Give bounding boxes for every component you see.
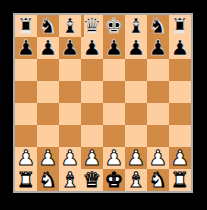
black-pawn: ♟ xyxy=(127,37,146,59)
square-e6[interactable] xyxy=(103,59,125,81)
white-queen: ♛ xyxy=(83,169,102,191)
black-king: ♚ xyxy=(105,15,124,37)
white-pawn: ♟ xyxy=(83,147,102,169)
white-pawn: ♟ xyxy=(105,147,124,169)
square-g1[interactable]: ♞ xyxy=(147,169,169,191)
square-b8[interactable]: ♞ xyxy=(37,15,59,37)
square-b4[interactable] xyxy=(37,103,59,125)
black-pawn: ♟ xyxy=(83,37,102,59)
black-bishop: ♝ xyxy=(127,15,146,37)
square-e2[interactable]: ♟ xyxy=(103,147,125,169)
chess-board: ♜♞♝♛♚♝♞♜♟♟♟♟♟♟♟♟♟♟♟♟♟♟♟♟♜♞♝♛♚♝♞♜ xyxy=(13,13,193,193)
black-pawn: ♟ xyxy=(17,37,36,59)
black-pawn: ♟ xyxy=(105,37,124,59)
black-rook: ♜ xyxy=(17,15,36,37)
white-knight: ♞ xyxy=(149,169,168,191)
square-h3[interactable] xyxy=(169,125,191,147)
square-b5[interactable] xyxy=(37,81,59,103)
square-f3[interactable] xyxy=(125,125,147,147)
square-h4[interactable] xyxy=(169,103,191,125)
white-king: ♚ xyxy=(105,169,124,191)
square-f8[interactable]: ♝ xyxy=(125,15,147,37)
black-pawn: ♟ xyxy=(149,37,168,59)
square-g4[interactable] xyxy=(147,103,169,125)
square-h5[interactable] xyxy=(169,81,191,103)
white-pawn: ♟ xyxy=(127,147,146,169)
square-f5[interactable] xyxy=(125,81,147,103)
white-bishop: ♝ xyxy=(127,169,146,191)
square-f1[interactable]: ♝ xyxy=(125,169,147,191)
black-knight: ♞ xyxy=(39,15,58,37)
square-a7[interactable]: ♟ xyxy=(15,37,37,59)
square-c8[interactable]: ♝ xyxy=(59,15,81,37)
square-f7[interactable]: ♟ xyxy=(125,37,147,59)
square-c5[interactable] xyxy=(59,81,81,103)
square-d8[interactable]: ♛ xyxy=(81,15,103,37)
square-h1[interactable]: ♜ xyxy=(169,169,191,191)
square-b2[interactable]: ♟ xyxy=(37,147,59,169)
black-pawn: ♟ xyxy=(61,37,80,59)
square-a1[interactable]: ♜ xyxy=(15,169,37,191)
white-pawn: ♟ xyxy=(149,147,168,169)
square-a2[interactable]: ♟ xyxy=(15,147,37,169)
black-pawn: ♟ xyxy=(39,37,58,59)
square-a6[interactable] xyxy=(15,59,37,81)
square-e4[interactable] xyxy=(103,103,125,125)
square-f4[interactable] xyxy=(125,103,147,125)
square-b1[interactable]: ♞ xyxy=(37,169,59,191)
square-a3[interactable] xyxy=(15,125,37,147)
square-c7[interactable]: ♟ xyxy=(59,37,81,59)
square-c6[interactable] xyxy=(59,59,81,81)
square-g3[interactable] xyxy=(147,125,169,147)
black-pawn: ♟ xyxy=(171,37,190,59)
square-d4[interactable] xyxy=(81,103,103,125)
white-rook: ♜ xyxy=(17,169,36,191)
square-b3[interactable] xyxy=(37,125,59,147)
black-queen: ♛ xyxy=(83,15,102,37)
square-c3[interactable] xyxy=(59,125,81,147)
square-g5[interactable] xyxy=(147,81,169,103)
square-a4[interactable] xyxy=(15,103,37,125)
square-d7[interactable]: ♟ xyxy=(81,37,103,59)
square-g8[interactable]: ♞ xyxy=(147,15,169,37)
black-knight: ♞ xyxy=(149,15,168,37)
square-h8[interactable]: ♜ xyxy=(169,15,191,37)
square-a8[interactable]: ♜ xyxy=(15,15,37,37)
square-e5[interactable] xyxy=(103,81,125,103)
square-g7[interactable]: ♟ xyxy=(147,37,169,59)
square-e1[interactable]: ♚ xyxy=(103,169,125,191)
square-d3[interactable] xyxy=(81,125,103,147)
square-a5[interactable] xyxy=(15,81,37,103)
square-e7[interactable]: ♟ xyxy=(103,37,125,59)
square-e8[interactable]: ♚ xyxy=(103,15,125,37)
square-h7[interactable]: ♟ xyxy=(169,37,191,59)
square-e3[interactable] xyxy=(103,125,125,147)
white-pawn: ♟ xyxy=(61,147,80,169)
square-f2[interactable]: ♟ xyxy=(125,147,147,169)
square-c4[interactable] xyxy=(59,103,81,125)
square-d6[interactable] xyxy=(81,59,103,81)
white-rook: ♜ xyxy=(171,169,190,191)
white-knight: ♞ xyxy=(39,169,58,191)
white-pawn: ♟ xyxy=(17,147,36,169)
square-d1[interactable]: ♛ xyxy=(81,169,103,191)
black-rook: ♜ xyxy=(171,15,190,37)
white-pawn: ♟ xyxy=(171,147,190,169)
square-c2[interactable]: ♟ xyxy=(59,147,81,169)
square-h2[interactable]: ♟ xyxy=(169,147,191,169)
square-d5[interactable] xyxy=(81,81,103,103)
square-g2[interactable]: ♟ xyxy=(147,147,169,169)
white-pawn: ♟ xyxy=(39,147,58,169)
square-g6[interactable] xyxy=(147,59,169,81)
square-h6[interactable] xyxy=(169,59,191,81)
black-bishop: ♝ xyxy=(61,15,80,37)
square-f6[interactable] xyxy=(125,59,147,81)
white-bishop: ♝ xyxy=(61,169,80,191)
square-b7[interactable]: ♟ xyxy=(37,37,59,59)
square-c1[interactable]: ♝ xyxy=(59,169,81,191)
square-b6[interactable] xyxy=(37,59,59,81)
square-d2[interactable]: ♟ xyxy=(81,147,103,169)
